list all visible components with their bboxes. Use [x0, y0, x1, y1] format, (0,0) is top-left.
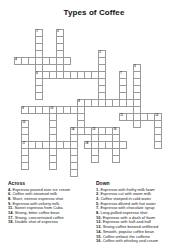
- clue-item-text: Coffee with whiskey and cream: [103, 238, 158, 243]
- down-clue-list: 1. Espresso with frothy milk foam2. Espr…: [96, 188, 186, 243]
- grid-cell[interactable]: [133, 120, 141, 128]
- clue-item-text: Double shot of espresso: [15, 219, 58, 224]
- clue-item-number: 16.: [96, 238, 103, 243]
- grid-cell[interactable]: [119, 141, 127, 149]
- grid-cell[interactable]: [91, 155, 99, 163]
- grid-cell[interactable]: [35, 92, 43, 100]
- down-clues-section: Down 1. Espresso with frothy milk foam2.…: [96, 180, 186, 243]
- grid-cell[interactable]: [112, 155, 120, 163]
- across-clue-list: 4. Espresso poured over ice cream6. Coff…: [8, 188, 92, 226]
- across-clues-section: Across 4. Espresso poured over ice cream…: [8, 180, 92, 225]
- grid-cell[interactable]: [21, 162, 29, 170]
- across-heading: Across: [8, 180, 92, 186]
- grid-cell[interactable]: [49, 162, 57, 170]
- clue-item-number: 18.: [8, 219, 15, 224]
- grid-cell[interactable]: [154, 141, 162, 149]
- grid-cell[interactable]: [63, 57, 71, 65]
- puzzle-title: Types of Coffee: [0, 8, 188, 17]
- clue-item[interactable]: 18. Double shot of espresso: [8, 220, 92, 225]
- crossword-grid: 123456789101112131415161718: [14, 29, 169, 177]
- grid-cell[interactable]: [70, 169, 78, 177]
- clue-item[interactable]: 16. Coffee with whiskey and cream: [96, 239, 186, 243]
- down-heading: Down: [96, 180, 186, 186]
